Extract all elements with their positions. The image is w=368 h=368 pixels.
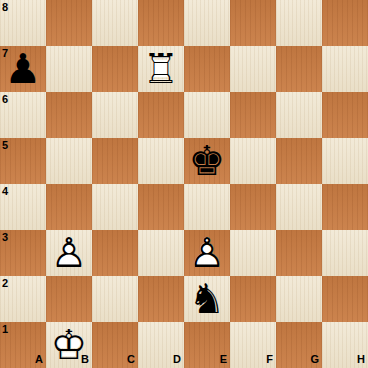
- square-d4[interactable]: [138, 184, 184, 230]
- square-a6[interactable]: 6: [0, 92, 46, 138]
- square-c4[interactable]: [92, 184, 138, 230]
- square-h6[interactable]: [322, 92, 368, 138]
- white-pawn-piece[interactable]: ♟♙: [184, 230, 230, 276]
- black-king-piece[interactable]: ♚: [184, 138, 230, 184]
- black-knight-piece[interactable]: ♞: [184, 276, 230, 322]
- square-e7[interactable]: [184, 46, 230, 92]
- square-f3[interactable]: [230, 230, 276, 276]
- black-knight-icon: ♞: [189, 276, 226, 322]
- square-h1[interactable]: H: [322, 322, 368, 368]
- square-b7[interactable]: [46, 46, 92, 92]
- square-d6[interactable]: [138, 92, 184, 138]
- square-e8[interactable]: [184, 0, 230, 46]
- square-b3[interactable]: ♟♙: [46, 230, 92, 276]
- file-label-h: H: [357, 353, 365, 365]
- rank-label-6: 6: [2, 93, 8, 105]
- square-e1[interactable]: E: [184, 322, 230, 368]
- white-pawn-icon: ♙: [189, 230, 226, 276]
- square-e2[interactable]: ♞: [184, 276, 230, 322]
- black-pawn-piece[interactable]: ♟: [0, 46, 46, 92]
- square-c8[interactable]: [92, 0, 138, 46]
- square-c7[interactable]: [92, 46, 138, 92]
- square-f5[interactable]: [230, 138, 276, 184]
- square-b5[interactable]: [46, 138, 92, 184]
- square-f6[interactable]: [230, 92, 276, 138]
- square-g1[interactable]: G: [276, 322, 322, 368]
- square-a1[interactable]: 1A: [0, 322, 46, 368]
- square-b1[interactable]: B♚♔: [46, 322, 92, 368]
- rank-label-4: 4: [2, 185, 8, 197]
- square-c2[interactable]: [92, 276, 138, 322]
- square-b2[interactable]: [46, 276, 92, 322]
- file-label-e: E: [220, 353, 227, 365]
- white-king-icon: ♔: [51, 322, 88, 368]
- white-pawn-icon: ♙: [51, 230, 88, 276]
- black-king-icon: ♚: [189, 138, 226, 184]
- square-c3[interactable]: [92, 230, 138, 276]
- square-f4[interactable]: [230, 184, 276, 230]
- square-g8[interactable]: [276, 0, 322, 46]
- square-a2[interactable]: 2: [0, 276, 46, 322]
- file-label-a: A: [35, 353, 43, 365]
- square-f2[interactable]: [230, 276, 276, 322]
- square-g2[interactable]: [276, 276, 322, 322]
- square-f1[interactable]: F: [230, 322, 276, 368]
- file-label-d: D: [173, 353, 181, 365]
- white-pawn-piece[interactable]: ♟♙: [46, 230, 92, 276]
- square-g3[interactable]: [276, 230, 322, 276]
- square-f8[interactable]: [230, 0, 276, 46]
- white-king-piece[interactable]: ♚♔: [46, 322, 92, 368]
- square-d5[interactable]: [138, 138, 184, 184]
- rank-label-8: 8: [2, 1, 8, 13]
- square-e3[interactable]: ♟♙: [184, 230, 230, 276]
- square-d1[interactable]: D: [138, 322, 184, 368]
- square-b6[interactable]: [46, 92, 92, 138]
- black-pawn-icon: ♟: [5, 46, 42, 92]
- square-c6[interactable]: [92, 92, 138, 138]
- square-c5[interactable]: [92, 138, 138, 184]
- square-a7[interactable]: 7♟: [0, 46, 46, 92]
- file-label-c: C: [127, 353, 135, 365]
- file-label-f: F: [266, 353, 273, 365]
- file-label-g: G: [310, 353, 319, 365]
- square-f7[interactable]: [230, 46, 276, 92]
- square-h3[interactable]: [322, 230, 368, 276]
- square-a8[interactable]: 8: [0, 0, 46, 46]
- square-h4[interactable]: [322, 184, 368, 230]
- square-b4[interactable]: [46, 184, 92, 230]
- square-d7[interactable]: ♜♖: [138, 46, 184, 92]
- rank-label-3: 3: [2, 231, 8, 243]
- rank-label-1: 1: [2, 323, 8, 335]
- square-h8[interactable]: [322, 0, 368, 46]
- square-g4[interactable]: [276, 184, 322, 230]
- square-d3[interactable]: [138, 230, 184, 276]
- square-h7[interactable]: [322, 46, 368, 92]
- white-rook-piece[interactable]: ♜♖: [138, 46, 184, 92]
- chess-diagram: 87♟♜♖65♚43♟♙♟♙2♞1AB♚♔CDEFGH: [0, 0, 368, 368]
- rank-label-5: 5: [2, 139, 8, 151]
- square-g7[interactable]: [276, 46, 322, 92]
- square-e4[interactable]: [184, 184, 230, 230]
- chess-board: 87♟♜♖65♚43♟♙♟♙2♞1AB♚♔CDEFGH: [0, 0, 368, 368]
- square-a5[interactable]: 5: [0, 138, 46, 184]
- square-g6[interactable]: [276, 92, 322, 138]
- square-h5[interactable]: [322, 138, 368, 184]
- square-d2[interactable]: [138, 276, 184, 322]
- rank-label-2: 2: [2, 277, 8, 289]
- square-c1[interactable]: C: [92, 322, 138, 368]
- square-e6[interactable]: [184, 92, 230, 138]
- square-a4[interactable]: 4: [0, 184, 46, 230]
- white-rook-icon: ♖: [143, 46, 180, 92]
- square-d8[interactable]: [138, 0, 184, 46]
- square-a3[interactable]: 3: [0, 230, 46, 276]
- square-b8[interactable]: [46, 0, 92, 46]
- square-e5[interactable]: ♚: [184, 138, 230, 184]
- square-h2[interactable]: [322, 276, 368, 322]
- square-g5[interactable]: [276, 138, 322, 184]
